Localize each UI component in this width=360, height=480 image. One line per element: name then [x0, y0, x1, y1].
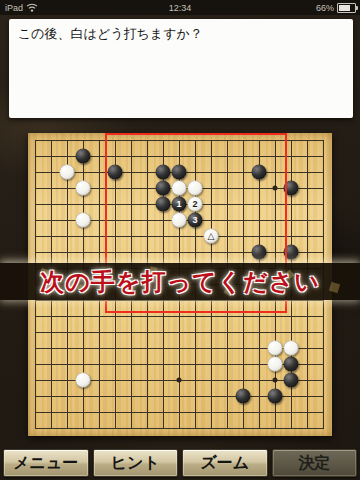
wifi-icon [26, 3, 38, 12]
star-point [177, 378, 182, 383]
white-stone [268, 357, 283, 372]
white-stone [268, 341, 283, 356]
black-stone [268, 389, 283, 404]
white-stone [60, 165, 75, 180]
star-point [273, 378, 278, 383]
hint-button[interactable]: ヒント [93, 449, 179, 477]
menu-button[interactable]: メニュー [3, 449, 89, 477]
black-stone [76, 149, 91, 164]
battery-icon [337, 3, 356, 13]
black-stone [284, 373, 299, 388]
bottom-toolbar: メニュー ヒント ズーム 決定 [0, 446, 360, 480]
status-left: iPad [5, 3, 38, 13]
app-screen: iPad 12:34 66% この後、白はどう打ちますか？ 132△ 次の手を打… [0, 0, 360, 480]
white-stone [76, 213, 91, 228]
confirm-button[interactable]: 決定 [272, 449, 358, 477]
question-text: この後、白はどう打ちますか？ [18, 26, 203, 41]
prompt-banner: 次の手を打ってください [0, 263, 360, 300]
battery-percent: 66% [316, 3, 334, 13]
black-stone [236, 389, 251, 404]
white-stone [284, 341, 299, 356]
question-box: この後、白はどう打ちますか？ [9, 19, 353, 118]
black-stone [284, 357, 299, 372]
clock: 12:34 [169, 3, 192, 13]
prompt-banner-text: 次の手を打ってください [40, 266, 320, 298]
zoom-button[interactable]: ズーム [182, 449, 268, 477]
white-stone [76, 181, 91, 196]
white-stone [76, 373, 91, 388]
status-bar: iPad 12:34 66% [0, 0, 360, 15]
status-right: 66% [316, 3, 356, 13]
device-label: iPad [5, 3, 23, 13]
